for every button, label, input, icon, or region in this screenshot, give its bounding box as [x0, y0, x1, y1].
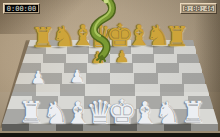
square-f6[interactable] [132, 54, 154, 63]
left-clock: 0:00:00 [3, 3, 40, 14]
board-row-rank-5 [18, 63, 202, 73]
board-row-rank-6 [21, 54, 198, 63]
pawn-glyph: ♟ [30, 71, 45, 84]
piece-gold-rook-h8[interactable]: ♜ [165, 26, 189, 47]
square-d4[interactable] [86, 73, 110, 84]
square-a6[interactable] [21, 54, 43, 63]
square-h5[interactable] [179, 63, 202, 73]
rook-glyph: ♜ [180, 101, 206, 124]
right-clock-display: 0:00:46 [182, 5, 215, 12]
right-clock: 0:00:46 [180, 3, 217, 14]
pawn-glyph: ♟ [91, 52, 105, 64]
pawn-glyph: ♟ [115, 51, 129, 63]
piece-silver-rook-h1[interactable]: ♜ [180, 101, 206, 124]
piece-silver-pawn-c5[interactable]: ♟ [69, 70, 84, 83]
square-c6[interactable] [66, 54, 88, 63]
square-h3[interactable] [184, 84, 209, 96]
knight-glyph: ♞ [155, 101, 182, 124]
rook-glyph: ♜ [165, 26, 189, 47]
square-g5[interactable] [156, 63, 179, 73]
pawn-glyph: ♟ [69, 70, 84, 83]
square-g4[interactable] [158, 73, 182, 84]
piece-silver-pawn-a5[interactable]: ♟ [30, 71, 45, 84]
square-g6[interactable] [154, 54, 176, 63]
piece-gold-pawn-e6[interactable]: ♟ [115, 51, 129, 63]
square-e4[interactable] [110, 73, 134, 84]
chess-game-screen: ♜♞♝♛♚♝♞♜♟♟♟♟♜♞♝♛♚♝♞♜ 0:00:00 0:00:46 [0, 0, 220, 137]
square-f5[interactable] [133, 63, 156, 73]
bottom-black-bar [0, 133, 220, 137]
square-f4[interactable] [134, 73, 158, 84]
rook-glyph: ♜ [18, 101, 44, 124]
piece-silver-knight-g1[interactable]: ♞ [155, 101, 182, 124]
square-h4[interactable] [182, 73, 206, 84]
piece-gold-pawn-d6[interactable]: ♟ [91, 52, 105, 64]
piece-silver-rook-a1[interactable]: ♜ [18, 101, 44, 124]
left-clock-display: 0:00:00 [5, 5, 38, 12]
square-b6[interactable] [43, 54, 65, 63]
square-h6[interactable] [177, 54, 199, 63]
